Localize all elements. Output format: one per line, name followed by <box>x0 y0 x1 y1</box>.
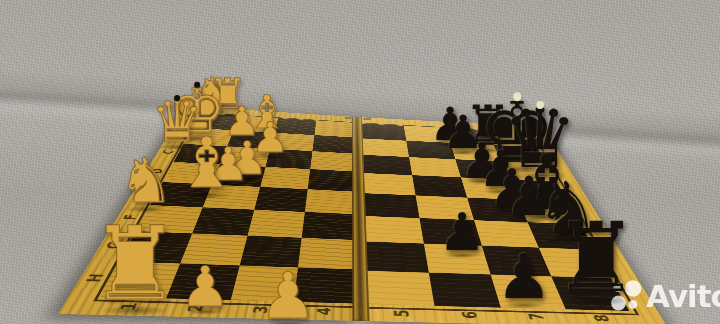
file-label-a: A <box>180 118 194 122</box>
rank-label-1: 1 <box>117 302 140 310</box>
square-c1 <box>174 144 228 164</box>
square-c5 <box>362 155 412 175</box>
square-d5 <box>363 173 416 195</box>
square-e2 <box>203 185 261 210</box>
file-label-e: E <box>136 190 154 195</box>
hinge-icon <box>363 118 371 120</box>
square-d6 <box>412 175 467 197</box>
file-label-b: B <box>171 133 185 137</box>
file-label-h: H <box>83 273 107 282</box>
file-label-c: C <box>161 150 176 155</box>
square-h2 <box>166 264 240 301</box>
square-f5 <box>364 216 424 244</box>
square-d2 <box>212 164 266 187</box>
file-label-f: F <box>121 214 140 220</box>
square-c3 <box>266 149 313 169</box>
avito-watermark: Avito <box>610 280 720 313</box>
square-c6 <box>409 157 461 177</box>
avito-logo-icon <box>610 280 643 313</box>
square-d3 <box>260 167 310 189</box>
square-f6 <box>419 218 481 246</box>
rank-label-4: 4 <box>315 307 333 315</box>
file-label-g: G <box>103 241 124 249</box>
square-e3 <box>254 187 307 212</box>
rank-label-8: 8 <box>591 314 613 322</box>
square-f2 <box>192 207 254 235</box>
avito-watermark-text: Avito <box>646 281 720 312</box>
square-f4 <box>302 212 355 240</box>
square-e4 <box>305 189 355 214</box>
square-e5 <box>363 193 419 218</box>
square-h6 <box>429 273 501 308</box>
square-g2 <box>180 233 247 265</box>
square-d1 <box>163 162 220 185</box>
square-g3 <box>240 236 302 268</box>
square-g5 <box>365 242 429 273</box>
square-h5 <box>366 271 435 306</box>
square-e6 <box>416 195 474 220</box>
rank-label-3: 3 <box>251 306 271 314</box>
square-f3 <box>248 210 305 238</box>
rank-label-7: 7 <box>526 313 548 321</box>
file-label-d: D <box>149 168 166 174</box>
square-d4 <box>308 169 355 191</box>
square-c2 <box>220 146 270 166</box>
square-h3 <box>231 266 298 302</box>
square-c4 <box>310 151 354 171</box>
rank-label-6: 6 <box>459 311 480 319</box>
square-h4 <box>294 267 355 303</box>
rank-label-2: 2 <box>185 304 207 312</box>
chess-set-photo: ABCDEFGH1234 5678 ♞♜♝♚♟♟♛♜♟♟♚♛♟♟♟♟♝♞♟♝♟♞… <box>0 0 720 324</box>
square-g6 <box>424 244 491 275</box>
rank-label-5: 5 <box>391 309 412 317</box>
square-g4 <box>298 238 355 270</box>
square-e1 <box>150 182 212 207</box>
